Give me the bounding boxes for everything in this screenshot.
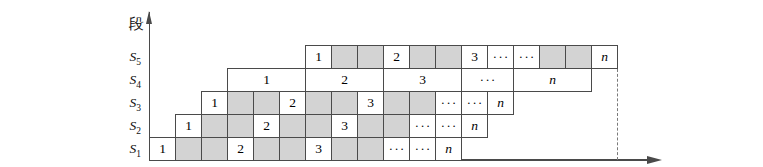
x-axis-arrow-icon — [647, 156, 662, 164]
stage-label-S4: S4 — [94, 71, 141, 88]
grid-cell-S2-c4 — [227, 114, 254, 138]
grid-cell-S4-c15: n — [513, 68, 592, 92]
y-axis-label: 段 — [116, 15, 144, 33]
grid-cell-S4-c4: 1 — [227, 68, 306, 92]
stage-label-S5: S5 — [94, 48, 141, 65]
grid-cell-S2-c8: 3 — [331, 114, 358, 138]
grid-cell-S1-c7: 3 — [305, 137, 332, 161]
grid-cell-S1-c4: 2 — [227, 137, 254, 161]
grid-cell-S5-c16 — [539, 45, 566, 69]
grid-cell-S1-c5 — [253, 137, 280, 161]
grid-cell-S5-c18: n — [591, 45, 618, 69]
grid-cell-S2-c10 — [383, 114, 410, 138]
grid-cell-S2-c13: n — [461, 114, 488, 138]
grid-cell-S2-c7 — [305, 114, 332, 138]
grid-cell-S3-c10 — [383, 91, 410, 115]
grid-cell-S3-c14: n — [487, 91, 514, 115]
grid-cell-S5-c13: 3 — [461, 45, 488, 69]
grid-cell-S4-c13: ··· — [461, 68, 514, 92]
grid-cell-S5-c12 — [435, 45, 462, 69]
grid-cell-S5-c14: ··· — [487, 45, 514, 69]
grid-cell-S5-c11 — [409, 45, 436, 69]
stage-label-S2: S2 — [94, 117, 141, 134]
grid-cell-S2-c12: ··· — [435, 114, 462, 138]
grid-cell-S1-c6 — [279, 137, 306, 161]
grid-cell-S5-c9 — [357, 45, 384, 69]
grid-cell-S1-c2 — [175, 137, 202, 161]
grid-cell-S5-c15: ··· — [513, 45, 540, 69]
grid-cell-S1-c11: ··· — [409, 137, 436, 161]
grid-cell-S3-c12: ··· — [435, 91, 462, 115]
grid-cell-S1-c10: ··· — [383, 137, 410, 161]
grid-cell-S1-c12: n — [435, 137, 462, 161]
grid-cell-S5-c17 — [565, 45, 592, 69]
grid-cell-S4-c7: 2 — [305, 68, 384, 92]
grid-cell-S2-c11: ··· — [409, 114, 436, 138]
grid-cell-S3-c5 — [253, 91, 280, 115]
stage-label-S3: S3 — [94, 94, 141, 111]
pipeline-diagram: 段 S5123······nS4123···nS3123······nS2123… — [0, 0, 763, 167]
grid-cell-S3-c8 — [331, 91, 358, 115]
y-axis-arrow-icon — [146, 11, 152, 24]
grid-cell-S3-c6: 2 — [279, 91, 306, 115]
grid-cell-S3-c13: ··· — [461, 91, 488, 115]
grid-cell-S3-c4 — [227, 91, 254, 115]
grid-cell-S2-c6 — [279, 114, 306, 138]
grid-cell-S2-c3 — [201, 114, 228, 138]
grid-cell-S5-c10: 2 — [383, 45, 410, 69]
grid-cell-S3-c3: 1 — [201, 91, 228, 115]
grid-cell-S3-c7 — [305, 91, 332, 115]
grid-cell-S1-c3 — [201, 137, 228, 161]
grid-cell-S2-c5: 2 — [253, 114, 280, 138]
grid-cell-S1-c9 — [357, 137, 384, 161]
grid-cell-S5-c7: 1 — [305, 45, 332, 69]
grid-cell-S2-c2: 1 — [175, 114, 202, 138]
grid-cell-S5-c8 — [331, 45, 358, 69]
grid-cell-S1-c1: 1 — [149, 137, 176, 161]
grid-cell-S4-c10: 3 — [383, 68, 462, 92]
stage-label-S1: S1 — [94, 140, 141, 157]
grid-cell-S3-c9: 3 — [357, 91, 384, 115]
grid-cell-S2-c9 — [357, 114, 384, 138]
completion-dashed-line — [617, 69, 618, 160]
grid-cell-S3-c11 — [409, 91, 436, 115]
grid-cell-S1-c8 — [331, 137, 358, 161]
